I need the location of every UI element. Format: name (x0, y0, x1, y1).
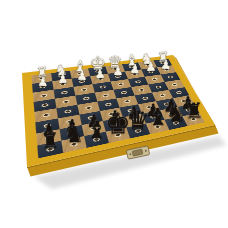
product-photo: ♜♞♝♚♛♝♞♜♟♟♟♟♟♟♟♟♟♟♟♟♟♟♟♟♜♞♝♚♛♝♞♜ (0, 0, 228, 228)
square-a8 (182, 113, 204, 126)
